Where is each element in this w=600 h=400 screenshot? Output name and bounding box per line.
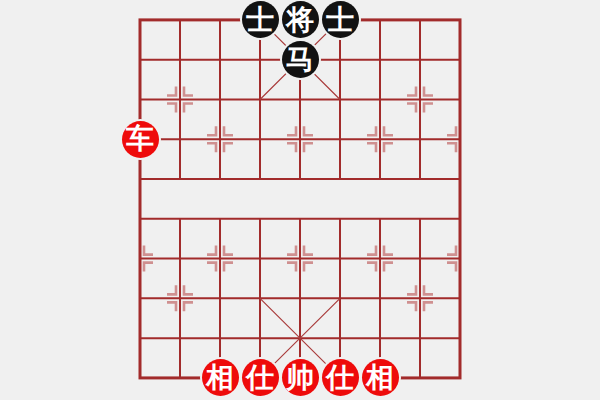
red-elephant-right-glyph: 相 (362, 359, 399, 396)
black-general[interactable]: 将 (280, 0, 320, 40)
red-advisor-right-glyph: 仕 (322, 359, 359, 396)
black-general-glyph: 将 (282, 1, 319, 38)
black-horse-glyph: 马 (282, 41, 319, 78)
black-advisor-right[interactable]: 士 (320, 0, 360, 40)
red-elephant-left-glyph: 相 (202, 359, 239, 396)
black-advisor-right-glyph: 士 (322, 1, 359, 38)
red-advisor-left[interactable]: 仕 (240, 358, 280, 398)
black-advisor-left-glyph: 士 (242, 1, 279, 38)
red-chariot-glyph: 车 (122, 121, 159, 158)
xiangqi-diagram: 士将士马车相仕帅仕相 (0, 0, 600, 400)
black-horse[interactable]: 马 (280, 40, 320, 80)
red-elephant-right[interactable]: 相 (360, 358, 400, 398)
red-general[interactable]: 帅 (280, 358, 320, 398)
xiangqi-board: 士将士马车相仕帅仕相 (120, 0, 480, 398)
black-advisor-left[interactable]: 士 (240, 0, 280, 40)
red-elephant-left[interactable]: 相 (200, 358, 240, 398)
red-advisor-left-glyph: 仕 (242, 359, 279, 396)
red-advisor-right[interactable]: 仕 (320, 358, 360, 398)
red-chariot[interactable]: 车 (120, 119, 160, 159)
red-general-glyph: 帅 (282, 359, 319, 396)
